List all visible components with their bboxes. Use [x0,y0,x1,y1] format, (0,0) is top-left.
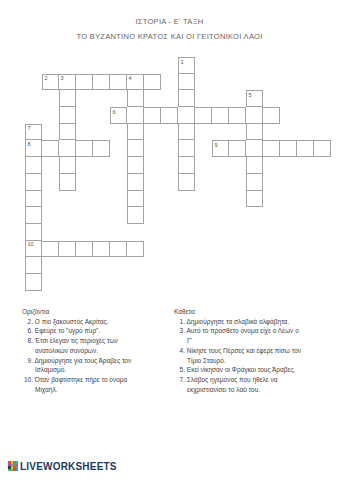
clue-label: 9. [22,356,33,366]
page-title: ΙΣΤΟΡΙΑ - Ε' ΤΑΞΗ [0,17,339,26]
grid-cell-r5c15[interactable] [280,140,297,157]
grid-cell-r5c12[interactable] [229,140,246,157]
grid-cell-r5c9[interactable] [178,140,195,157]
grid-cell-r1c1[interactable]: 2 [42,74,59,91]
clue-across-9: 9. Δημιούργησε για τους Άραβες τον Ισλαμ… [22,356,172,375]
clue-down-7: 7. Σλάβος ηγεμόνας που ήθελε να εκχριστι… [174,375,334,394]
grid-cell-r1c7[interactable] [144,74,161,91]
grid-cell-r5c17[interactable] [314,140,331,157]
grid-cell-r1c6[interactable]: 4 [127,74,144,91]
grid-cell-r3c14[interactable] [263,107,280,124]
clue-number-8: 8 [28,141,31,147]
grid-cell-r6c0[interactable] [25,157,42,174]
down-header: Κάθετα [174,307,334,317]
grid-cell-r9c0[interactable] [25,207,42,224]
grid-cell-r3c12[interactable] [229,107,246,124]
grid-cell-r8c13[interactable] [246,191,263,208]
grid-cell-r3c7[interactable] [144,107,161,124]
grid-cell-r10c0[interactable] [25,224,42,241]
down-clue-list: 1. Δημιούργησε τα σλαβικά αλφάβητα.3. Αυ… [174,317,334,395]
down-clues: Κάθετα 1. Δημιούργησε τα σλαβικά αλφάβητ… [174,307,334,394]
grid-cell-r4c6[interactable] [127,124,144,141]
grid-cell-r11c3[interactable] [76,241,93,258]
grid-cell-r4c0[interactable]: 7 [25,124,42,141]
grid-cell-r6c6[interactable] [127,157,144,174]
clue-number-6: 6 [113,109,116,115]
clue-down-1: 1. Δημιούργησε τα σλαβικά αλφάβητα. [174,317,334,327]
clue-text: Αυτό το πρόσθετο όνομα είχε ο Λέων ο Γ' [186,327,298,344]
clue-label: 1. [174,317,185,327]
grid-cell-r0c9[interactable]: 1 [178,57,195,74]
clue-label: 2. [22,317,33,327]
grid-cell-r5c3[interactable] [76,140,93,157]
grid-cell-r3c6[interactable] [127,107,144,124]
grid-cell-r11c2[interactable] [59,241,76,258]
grid-cell-r8c6[interactable] [127,191,144,208]
across-header: Οριζόντια [22,307,172,317]
grid-cell-r7c6[interactable] [127,174,144,191]
clue-text: Όταν βαφτίστηκε πήρε το όνομα Μιχαήλ. [35,376,127,393]
grid-cell-r3c2[interactable] [59,107,76,124]
grid-cell-r5c11[interactable]: 9 [212,140,229,157]
clue-number-7: 7 [28,125,31,131]
clue-text: Δημιούργησε τα σλαβικά αλφάβητα. [186,318,289,325]
grid-cell-r6c13[interactable] [246,157,263,174]
grid-cell-r4c13[interactable] [246,124,263,141]
liveworksheets-logo-text: LIVEWORKSHEETS [20,461,117,472]
clue-label: 8. [22,336,33,346]
grid-cell-r5c0[interactable]: 8 [25,140,42,157]
grid-cell-r13c0[interactable] [25,274,42,291]
grid-cell-r5c16[interactable] [297,140,314,157]
grid-cell-r11c5[interactable] [110,241,127,258]
grid-cell-r11c0[interactable]: 10 [25,241,42,258]
clue-number-5: 5 [249,92,252,98]
crossword-grid: 12345678910 [25,57,331,291]
clue-number-3: 3 [61,75,64,81]
grid-cell-r1c4[interactable] [93,74,110,91]
grid-cell-r5c2[interactable] [59,140,76,157]
across-clue-list: 2. Ο πιο ξακουστός Ακρίτας.6. Εφεύρε το … [22,317,172,395]
across-clues: Οριζόντια 2. Ο πιο ξακουστός Ακρίτας.6. … [22,307,172,394]
grid-cell-r2c13[interactable]: 5 [246,90,263,107]
grid-cell-r7c0[interactable] [25,174,42,191]
clue-label: 5. [174,365,185,375]
grid-cell-r2c6[interactable] [127,90,144,107]
clue-text: Δημιούργησε για τους Άραβες τον Ισλαμισμ… [34,357,131,374]
grid-cell-r4c9[interactable] [178,124,195,141]
grid-cell-r5c14[interactable] [263,140,280,157]
liveworksheets-icon [8,461,18,471]
grid-cell-r1c9[interactable] [178,74,195,91]
grid-cell-r9c6[interactable] [127,207,144,224]
clue-text: Ο πιο ξακουστός Ακρίτας. [35,318,109,325]
clue-down-3: 3. Αυτό το πρόσθετο όνομα είχε ο Λέων ο … [174,326,334,345]
clue-label: 6. [22,326,33,336]
clue-label: 7. [174,375,185,385]
clue-number-10: 10 [28,241,34,247]
grid-cell-r2c9[interactable] [178,90,195,107]
grid-cell-r11c1[interactable] [42,241,59,258]
worksheet-page: ΙΣΤΟΡΙΑ - Ε' ΤΑΞΗ ΤΟ ΒΥΖΑΝΤΙΝΟ ΚΡΑΤΟΣ ΚΑ… [0,0,339,480]
clue-text: Νίκησε τους Πέρσες και έφερε πίσω τον Τί… [187,347,301,364]
grid-cell-r3c13[interactable] [246,107,263,124]
clue-text: Εφεύρε το "υγρό πυρ". [35,327,100,334]
grid-cell-r3c9[interactable] [178,107,195,124]
clue-number-4: 4 [129,75,132,81]
clue-number-9: 9 [215,142,218,148]
grid-cell-r5c1[interactable] [42,140,59,157]
clue-down-5: 5. Εκεί νίκησαν οι Φράγκοι τους Άραβες. [174,365,334,375]
grid-cell-r1c5[interactable] [110,74,127,91]
clue-across-8: 8. Έτσι έλεγαν τις περιοχές των ανατολικ… [22,336,172,355]
clue-across-10: 10. Όταν βαφτίστηκε πήρε το όνομα Μιχαήλ… [22,375,172,394]
grid-cell-r4c2[interactable] [59,124,76,141]
grid-cell-r6c2[interactable] [59,157,76,174]
clue-number-1: 1 [181,59,184,65]
grid-cell-r5c13[interactable] [246,140,263,157]
grid-cell-r11c4[interactable] [93,241,110,258]
clue-label: 10. [22,375,33,385]
clue-text: Σλάβος ηγεμόνας που ήθελε να εκχριστιανί… [187,376,278,393]
clue-across-6: 6. Εφεύρε το "υγρό πυρ". [22,326,172,336]
clue-text: Εκεί νίκησαν οι Φράγκοι τους Άραβες. [187,366,296,373]
clue-down-4: 4. Νίκησε τους Πέρσες και έφερε πίσω τον… [174,346,334,365]
clue-across-2: 2. Ο πιο ξακουστός Ακρίτας. [22,317,172,327]
clue-label: 3. [174,326,185,336]
clue-label: 4. [174,346,185,356]
clue-number-2: 2 [45,75,48,81]
grid-cell-r5c6[interactable] [127,140,144,157]
grid-cell-r1c2[interactable]: 3 [59,74,76,91]
grid-cell-r5c4[interactable] [93,140,110,157]
grid-cell-r8c0[interactable] [25,191,42,208]
grid-cell-r3c11[interactable] [212,107,229,124]
grid-cell-r7c2[interactable] [59,174,76,191]
page-subtitle: ΤΟ ΒΥΖΑΝΤΙΝΟ ΚΡΑΤΟΣ ΚΑΙ ΟΙ ΓΕΙΤΟΝΙΚΟΙ ΛΑ… [0,32,339,41]
grid-cell-r7c13[interactable] [246,174,263,191]
grid-cell-r3c5[interactable]: 6 [110,107,127,124]
grid-cell-r12c0[interactable] [25,257,42,274]
grid-cell-r7c9[interactable] [178,174,195,191]
grid-cell-r6c9[interactable] [178,157,195,174]
liveworksheets-logo[interactable]: LIVEWORKSHEETS [8,460,117,472]
grid-cell-r1c3[interactable] [76,74,93,91]
grid-cell-r2c2[interactable] [59,90,76,107]
grid-cell-r3c10[interactable] [195,107,212,124]
grid-cell-r11c6[interactable] [127,241,144,258]
clue-text: Έτσι έλεγαν τις περιοχές των ανατολικών … [35,337,118,354]
grid-cell-r3c8[interactable] [161,107,178,124]
